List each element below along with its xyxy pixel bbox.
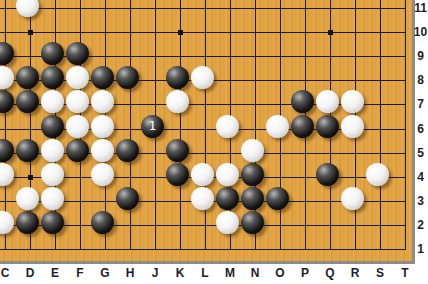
white-stone-G6 <box>91 115 114 138</box>
row-label-2: 2 <box>413 218 428 232</box>
black-stone-D8 <box>16 66 39 89</box>
white-stone-E7 <box>41 90 64 113</box>
white-stone-M2 <box>216 211 239 234</box>
grid-line-row-1 <box>0 249 406 250</box>
column-label-L: L <box>195 266 215 280</box>
row-label-8: 8 <box>413 73 428 87</box>
black-stone-C5 <box>0 139 14 162</box>
white-stone-M4 <box>216 163 239 186</box>
black-stone-N4 <box>241 163 264 186</box>
black-stone-D5 <box>16 139 39 162</box>
black-stone-N2 <box>241 211 264 234</box>
column-label-K: K <box>170 266 190 280</box>
black-stone-G8 <box>91 66 114 89</box>
black-stone-C9 <box>0 42 14 65</box>
black-stone-D7 <box>16 90 39 113</box>
white-stone-R3 <box>341 187 364 210</box>
column-label-H: H <box>120 266 140 280</box>
black-stone-C7 <box>0 90 14 113</box>
white-stone-E3 <box>41 187 64 210</box>
black-stone-E8 <box>41 66 64 89</box>
black-stone-P7 <box>291 90 314 113</box>
black-stone-O3 <box>266 187 289 210</box>
column-label-D: D <box>20 266 40 280</box>
black-stone-H5 <box>116 139 139 162</box>
grid-line-row-11 <box>0 8 406 9</box>
column-label-E: E <box>45 266 65 280</box>
white-stone-E4 <box>41 163 64 186</box>
black-stone-N3 <box>241 187 264 210</box>
white-stone-F6 <box>66 115 89 138</box>
grid-line-row-10 <box>0 32 406 33</box>
column-label-J: J <box>145 266 165 280</box>
black-stone-D2 <box>16 211 39 234</box>
white-stone-C4 <box>0 163 14 186</box>
white-stone-C8 <box>0 66 14 89</box>
star-point-D4 <box>28 175 33 180</box>
star-point-D10 <box>28 30 33 35</box>
move-number-label: 1 <box>141 115 164 138</box>
white-stone-L3 <box>191 187 214 210</box>
grid-line-col-S <box>380 0 381 250</box>
white-stone-K7 <box>166 90 189 113</box>
white-stone-D11 <box>16 0 39 17</box>
row-label-5: 5 <box>413 146 428 160</box>
black-stone-G2 <box>91 211 114 234</box>
white-stone-O6 <box>266 115 289 138</box>
go-board[interactable]: 1 <box>0 0 415 264</box>
grid-line-col-K <box>180 0 181 250</box>
column-label-Q: Q <box>320 266 340 280</box>
grid-line-col-H <box>130 0 131 250</box>
row-label-6: 6 <box>413 122 428 136</box>
white-stone-M6 <box>216 115 239 138</box>
black-stone-K5 <box>166 139 189 162</box>
black-stone-M3 <box>216 187 239 210</box>
black-stone-K4 <box>166 163 189 186</box>
white-stone-G7 <box>91 90 114 113</box>
grid-line-col-T <box>405 0 406 250</box>
black-stone-E6 <box>41 115 64 138</box>
black-stone-H3 <box>116 187 139 210</box>
row-label-4: 4 <box>413 170 428 184</box>
white-stone-G4 <box>91 163 114 186</box>
white-stone-E5 <box>41 139 64 162</box>
black-stone-E2 <box>41 211 64 234</box>
column-label-R: R <box>345 266 365 280</box>
black-stone-P6 <box>291 115 314 138</box>
white-stone-C2 <box>0 211 14 234</box>
black-stone-K8 <box>166 66 189 89</box>
black-stone-Q4 <box>316 163 339 186</box>
white-stone-L4 <box>191 163 214 186</box>
black-stone-F9 <box>66 42 89 65</box>
grid-line-col-L <box>205 0 206 250</box>
white-stone-N5 <box>241 139 264 162</box>
star-point-Q10 <box>328 30 333 35</box>
row-label-9: 9 <box>413 49 428 63</box>
white-stone-R6 <box>341 115 364 138</box>
black-stone-E9 <box>41 42 64 65</box>
black-stone-H8 <box>116 66 139 89</box>
black-stone-Q6 <box>316 115 339 138</box>
row-label-7: 7 <box>413 97 428 111</box>
row-label-1: 1 <box>413 242 428 256</box>
column-label-S: S <box>370 266 390 280</box>
white-stone-S4 <box>366 163 389 186</box>
white-stone-F7 <box>66 90 89 113</box>
go-app-frame: 1 CDEFGHJKLMNOPQRST1110987654321 <box>0 0 428 284</box>
column-label-F: F <box>70 266 90 280</box>
column-label-O: O <box>270 266 290 280</box>
column-label-G: G <box>95 266 115 280</box>
white-stone-D3 <box>16 187 39 210</box>
black-stone-F5 <box>66 139 89 162</box>
star-point-K10 <box>178 30 183 35</box>
white-stone-R7 <box>341 90 364 113</box>
row-label-10: 10 <box>413 25 428 39</box>
white-stone-F8 <box>66 66 89 89</box>
row-label-3: 3 <box>413 194 428 208</box>
column-label-C: C <box>0 266 15 280</box>
column-label-P: P <box>295 266 315 280</box>
column-label-N: N <box>245 266 265 280</box>
column-label-M: M <box>220 266 240 280</box>
white-stone-L8 <box>191 66 214 89</box>
column-label-T: T <box>395 266 415 280</box>
white-stone-G5 <box>91 139 114 162</box>
row-label-11: 11 <box>413 1 428 15</box>
white-stone-Q7 <box>316 90 339 113</box>
